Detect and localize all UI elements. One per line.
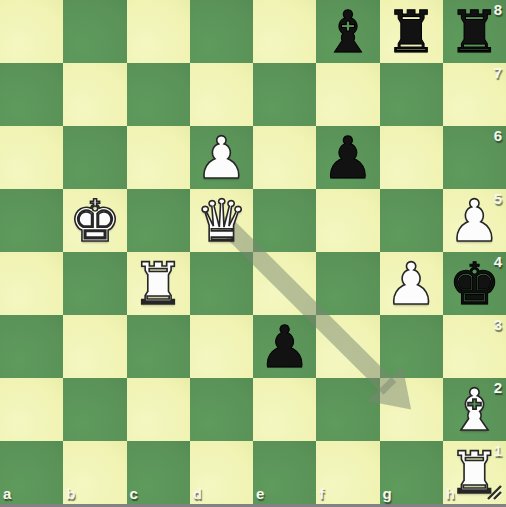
square-h6[interactable]: 6 bbox=[443, 126, 506, 189]
square-h3[interactable]: 3 bbox=[443, 315, 506, 378]
piece-white-king-b5[interactable]: ♚ bbox=[63, 189, 126, 252]
square-a7[interactable] bbox=[0, 63, 63, 126]
square-h8[interactable]: 8♜ bbox=[443, 0, 506, 63]
rank-label-6: 6 bbox=[494, 127, 502, 144]
square-d5[interactable]: ♛ bbox=[190, 189, 253, 252]
file-label-a: a bbox=[3, 485, 11, 502]
square-a5[interactable] bbox=[0, 189, 63, 252]
square-g2[interactable] bbox=[380, 378, 443, 441]
square-g4[interactable]: ♟ bbox=[380, 252, 443, 315]
file-label-f: f bbox=[319, 485, 324, 502]
square-h2[interactable]: 2♝ bbox=[443, 378, 506, 441]
square-e1[interactable]: e bbox=[253, 441, 316, 504]
square-f7[interactable] bbox=[316, 63, 379, 126]
square-f6[interactable]: ♟ bbox=[316, 126, 379, 189]
square-b8[interactable] bbox=[63, 0, 126, 63]
square-a3[interactable] bbox=[0, 315, 63, 378]
square-c4[interactable]: ♜ bbox=[127, 252, 190, 315]
square-d8[interactable] bbox=[190, 0, 253, 63]
square-f8[interactable]: ♝ bbox=[316, 0, 379, 63]
piece-black-rook-g8[interactable]: ♜ bbox=[380, 0, 443, 63]
square-e2[interactable] bbox=[253, 378, 316, 441]
square-g1[interactable]: g bbox=[380, 441, 443, 504]
square-a4[interactable] bbox=[0, 252, 63, 315]
square-h5[interactable]: 5♟ bbox=[443, 189, 506, 252]
square-a2[interactable] bbox=[0, 378, 63, 441]
square-e5[interactable] bbox=[253, 189, 316, 252]
chess-board: ♝♜8♜7♟♟6♚♛5♟♜♟4♚♟32♝abcdefgh1♜ bbox=[0, 0, 506, 504]
square-b7[interactable] bbox=[63, 63, 126, 126]
square-h4[interactable]: 4♚ bbox=[443, 252, 506, 315]
rank-label-5: 5 bbox=[494, 190, 502, 207]
square-d1[interactable]: d bbox=[190, 441, 253, 504]
square-d2[interactable] bbox=[190, 378, 253, 441]
square-a6[interactable] bbox=[0, 126, 63, 189]
board-resize-handle-icon[interactable] bbox=[484, 482, 504, 502]
square-e4[interactable] bbox=[253, 252, 316, 315]
rank-label-8: 8 bbox=[494, 1, 502, 18]
file-label-g: g bbox=[383, 485, 392, 502]
square-f3[interactable] bbox=[316, 315, 379, 378]
piece-white-queen-d5[interactable]: ♛ bbox=[190, 189, 253, 252]
square-d4[interactable] bbox=[190, 252, 253, 315]
rank-label-7: 7 bbox=[494, 64, 502, 81]
square-b5[interactable]: ♚ bbox=[63, 189, 126, 252]
piece-black-pawn-e3[interactable]: ♟ bbox=[253, 315, 316, 378]
square-d6[interactable]: ♟ bbox=[190, 126, 253, 189]
square-b4[interactable] bbox=[63, 252, 126, 315]
piece-black-bishop-f8[interactable]: ♝ bbox=[316, 0, 379, 63]
file-label-d: d bbox=[193, 485, 202, 502]
square-c8[interactable] bbox=[127, 0, 190, 63]
square-e8[interactable] bbox=[253, 0, 316, 63]
square-c3[interactable] bbox=[127, 315, 190, 378]
square-b2[interactable] bbox=[63, 378, 126, 441]
square-b6[interactable] bbox=[63, 126, 126, 189]
piece-white-rook-c4[interactable]: ♜ bbox=[127, 252, 190, 315]
square-d3[interactable] bbox=[190, 315, 253, 378]
file-label-b: b bbox=[66, 485, 75, 502]
square-a8[interactable] bbox=[0, 0, 63, 63]
piece-black-pawn-f6[interactable]: ♟ bbox=[316, 126, 379, 189]
square-c1[interactable]: c bbox=[127, 441, 190, 504]
square-e6[interactable] bbox=[253, 126, 316, 189]
square-e7[interactable] bbox=[253, 63, 316, 126]
file-label-e: e bbox=[256, 485, 264, 502]
rank-label-2: 2 bbox=[494, 379, 502, 396]
square-f5[interactable] bbox=[316, 189, 379, 252]
square-g8[interactable]: ♜ bbox=[380, 0, 443, 63]
chess-board-wrap: ♝♜8♜7♟♟6♚♛5♟♜♟4♚♟32♝abcdefgh1♜ bbox=[0, 0, 506, 507]
rank-label-4: 4 bbox=[494, 253, 502, 270]
square-f4[interactable] bbox=[316, 252, 379, 315]
square-e3[interactable]: ♟ bbox=[253, 315, 316, 378]
rank-label-3: 3 bbox=[494, 316, 502, 333]
square-c7[interactable] bbox=[127, 63, 190, 126]
file-label-c: c bbox=[130, 485, 138, 502]
square-b3[interactable] bbox=[63, 315, 126, 378]
square-g7[interactable] bbox=[380, 63, 443, 126]
piece-white-pawn-d6[interactable]: ♟ bbox=[190, 126, 253, 189]
square-c5[interactable] bbox=[127, 189, 190, 252]
square-f1[interactable]: f bbox=[316, 441, 379, 504]
square-h7[interactable]: 7 bbox=[443, 63, 506, 126]
square-d7[interactable] bbox=[190, 63, 253, 126]
square-g5[interactable] bbox=[380, 189, 443, 252]
square-c2[interactable] bbox=[127, 378, 190, 441]
rank-label-1: 1 bbox=[494, 442, 502, 459]
square-a1[interactable]: a bbox=[0, 441, 63, 504]
square-c6[interactable] bbox=[127, 126, 190, 189]
square-f2[interactable] bbox=[316, 378, 379, 441]
square-b1[interactable]: b bbox=[63, 441, 126, 504]
square-g3[interactable] bbox=[380, 315, 443, 378]
square-g6[interactable] bbox=[380, 126, 443, 189]
piece-white-pawn-g4[interactable]: ♟ bbox=[380, 252, 443, 315]
